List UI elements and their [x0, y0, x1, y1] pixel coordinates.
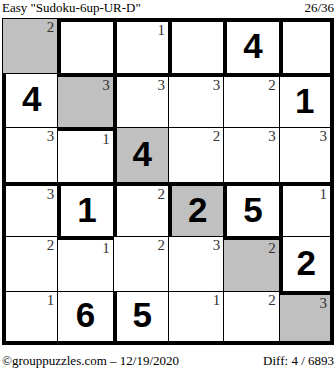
cell-r6c5[interactable]: 2: [223, 291, 278, 346]
candidate-count: 1: [102, 240, 110, 257]
copyright-date: ©grouppuzzles.com – 12/19/2020: [2, 353, 179, 368]
candidate-count: 2: [268, 77, 276, 94]
digit: 2: [297, 243, 316, 283]
digit: 1: [295, 81, 314, 121]
cell-r2c1[interactable]: 4: [2, 73, 57, 128]
cell-r4c5[interactable]: 5: [223, 182, 278, 237]
cell-r1c5[interactable]: 4: [223, 18, 278, 73]
cell-r6c3[interactable]: 5: [113, 291, 168, 346]
puzzle-title: Easy "Sudoku-6up-UR-D": [2, 0, 141, 15]
cell-r4c4[interactable]: 2: [168, 182, 223, 237]
cell-r3c6[interactable]: 3: [279, 127, 334, 182]
cell-r5c6[interactable]: 2: [279, 236, 334, 291]
cell-r6c6[interactable]: 3: [279, 291, 334, 346]
cell-r6c1[interactable]: 1: [2, 291, 57, 346]
candidate-count: 2: [268, 240, 276, 257]
cell-r3c5[interactable]: 3: [223, 127, 278, 182]
candidate-count: 3: [213, 77, 221, 94]
cell-r4c3[interactable]: 2: [113, 182, 168, 237]
digit: 5: [243, 190, 262, 230]
candidate-count: 3: [102, 77, 110, 94]
cell-r3c2[interactable]: 1: [57, 127, 112, 182]
candidate-count: 3: [319, 295, 327, 312]
cell-r2c2[interactable]: 3: [57, 73, 112, 128]
cell-r5c1[interactable]: 2: [2, 236, 57, 291]
candidate-count: 2: [47, 237, 55, 254]
digit: 4: [243, 26, 262, 66]
digit: 2: [188, 190, 207, 230]
difficulty-label: Diff: 4 / 6893: [263, 353, 334, 368]
cell-r5c2[interactable]: 1: [57, 236, 112, 291]
candidate-count: 3: [213, 237, 221, 254]
cell-r3c1[interactable]: 3: [2, 127, 57, 182]
cell-r4c2[interactable]: 1: [57, 182, 112, 237]
candidate-count: 1: [319, 186, 327, 203]
candidate-count: 1: [157, 22, 165, 39]
cell-r4c1[interactable]: 3: [2, 182, 57, 237]
candidate-count: 3: [47, 186, 55, 203]
candidate-count: 1: [213, 292, 221, 309]
digit: 4: [22, 79, 41, 119]
cell-r1c1[interactable]: 2: [2, 18, 57, 73]
candidate-count: 2: [213, 128, 221, 145]
footer: ©grouppuzzles.com – 12/19/2020 Diff: 4 /…: [2, 351, 334, 368]
candidate-count: 3: [157, 77, 165, 94]
candidate-count: 3: [319, 128, 327, 145]
digit: 5: [133, 295, 152, 335]
cell-r5c4[interactable]: 3: [168, 236, 223, 291]
cell-r1c3[interactable]: 1: [113, 18, 168, 73]
cell-r6c2[interactable]: 6: [57, 291, 112, 346]
candidate-count: 2: [47, 19, 55, 36]
candidate-count: 2: [268, 292, 276, 309]
cell-r6c4[interactable]: 1: [168, 291, 223, 346]
digit: 1: [77, 190, 96, 230]
cell-r2c5[interactable]: 2: [223, 73, 278, 128]
cell-r3c4[interactable]: 2: [168, 127, 223, 182]
sudoku-board: 214433321314233312251212322165123: [2, 18, 334, 345]
candidate-count: 2: [157, 186, 165, 203]
cell-r1c4[interactable]: [168, 18, 223, 73]
header: Easy "Sudoku-6up-UR-D" 26/36: [2, 0, 334, 17]
cell-r4c6[interactable]: 1: [279, 182, 334, 237]
cell-r5c3[interactable]: 2: [113, 236, 168, 291]
cell-r2c4[interactable]: 3: [168, 73, 223, 128]
cell-r3c3[interactable]: 4: [113, 127, 168, 182]
candidate-count: 3: [47, 128, 55, 145]
cell-r1c6[interactable]: [279, 18, 334, 73]
cell-r2c3[interactable]: 3: [113, 73, 168, 128]
progress-counter: 26/36: [304, 0, 334, 15]
cell-r5c5[interactable]: 2: [223, 236, 278, 291]
digit: 4: [133, 134, 152, 174]
digit: 6: [76, 295, 95, 335]
cell-r2c6[interactable]: 1: [279, 73, 334, 128]
candidate-count: 1: [102, 131, 110, 148]
candidate-count: 1: [47, 292, 55, 309]
candidate-count: 3: [268, 128, 276, 145]
cell-r1c2[interactable]: [57, 18, 112, 73]
candidate-count: 2: [157, 237, 165, 254]
